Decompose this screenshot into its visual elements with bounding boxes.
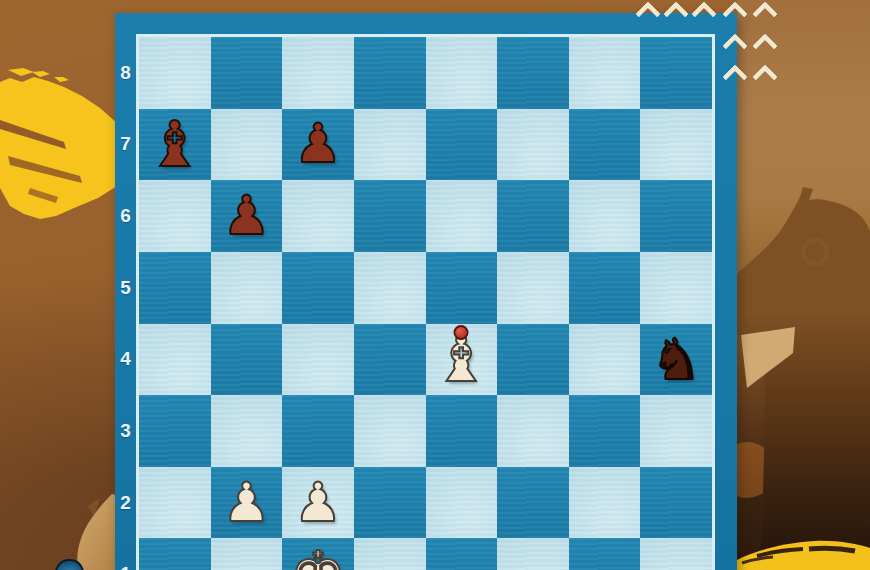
square-h4: ♞ xyxy=(640,324,712,396)
square-e6 xyxy=(426,180,498,252)
square-a5 xyxy=(139,252,211,324)
square-g1 xyxy=(569,538,641,570)
square-f3 xyxy=(497,395,569,467)
square-c5 xyxy=(282,252,354,324)
square-c8 xyxy=(282,37,354,109)
square-b2: ♟ xyxy=(211,467,283,539)
square-f4 xyxy=(497,324,569,396)
rank-label-6: 6 xyxy=(115,205,136,227)
piece-white-pawn-b2: ♟ xyxy=(222,476,270,530)
square-e4: ♝ xyxy=(426,324,498,396)
square-a7: ♝ xyxy=(139,109,211,181)
square-g3 xyxy=(569,395,641,467)
square-g2 xyxy=(569,467,641,539)
square-e5 xyxy=(426,252,498,324)
square-c7: ♟ xyxy=(282,109,354,181)
rank-label-2: 2 xyxy=(115,492,136,514)
square-h8 xyxy=(640,37,712,109)
square-b8 xyxy=(211,37,283,109)
piece-white-king-c1: ♚ xyxy=(290,543,346,570)
square-c1: ♚ xyxy=(282,538,354,570)
square-e1 xyxy=(426,538,498,570)
square-c6 xyxy=(282,180,354,252)
wooden-knight-silhouette xyxy=(737,0,870,570)
square-d7 xyxy=(354,109,426,181)
rank-label-7: 7 xyxy=(115,133,136,155)
square-h3 xyxy=(640,395,712,467)
square-b7 xyxy=(211,109,283,181)
square-d6 xyxy=(354,180,426,252)
square-f2 xyxy=(497,467,569,539)
red-finial xyxy=(454,325,469,340)
square-f1 xyxy=(497,538,569,570)
square-f6 xyxy=(497,180,569,252)
square-b1 xyxy=(211,538,283,570)
rank-label-8: 8 xyxy=(115,62,136,84)
square-c4 xyxy=(282,324,354,396)
square-a2 xyxy=(139,467,211,539)
rank-label-3: 3 xyxy=(115,420,136,442)
square-g5 xyxy=(569,252,641,324)
square-g7 xyxy=(569,109,641,181)
knight-photo xyxy=(737,0,870,570)
rank-label-1: 1 xyxy=(115,563,136,570)
piece-white-pawn-c2: ♟ xyxy=(294,476,342,530)
square-h1 xyxy=(640,538,712,570)
square-g6 xyxy=(569,180,641,252)
square-d2 xyxy=(354,467,426,539)
square-c2: ♟ xyxy=(282,467,354,539)
square-h6 xyxy=(640,180,712,252)
yellow-paint-stroke-left xyxy=(0,68,118,220)
piece-black-pawn-c7: ♟ xyxy=(294,117,342,171)
square-a3 xyxy=(139,395,211,467)
rank-label-4: 4 xyxy=(115,348,136,370)
square-h7 xyxy=(640,109,712,181)
square-f8 xyxy=(497,37,569,109)
square-a4 xyxy=(139,324,211,396)
square-g4 xyxy=(569,324,641,396)
square-e7 xyxy=(426,109,498,181)
page-background: 87654321 ♝♟♟♝♞♟♟♚ xyxy=(0,0,870,570)
board-frame-inner-line: ♝♟♟♝♞♟♟♚ xyxy=(136,34,715,570)
square-b6: ♟ xyxy=(211,180,283,252)
square-g8 xyxy=(569,37,641,109)
square-b4 xyxy=(211,324,283,396)
square-b3 xyxy=(211,395,283,467)
square-a6 xyxy=(139,180,211,252)
square-d1 xyxy=(354,538,426,570)
square-e8 xyxy=(426,37,498,109)
square-d4 xyxy=(354,324,426,396)
square-f7 xyxy=(497,109,569,181)
square-a1 xyxy=(139,538,211,570)
piece-black-knight-h4: ♞ xyxy=(651,331,702,388)
piece-black-pawn-b6: ♟ xyxy=(222,189,270,243)
square-e2 xyxy=(426,467,498,539)
square-h2 xyxy=(640,467,712,539)
square-d8 xyxy=(354,37,426,109)
square-e3 xyxy=(426,395,498,467)
square-b5 xyxy=(211,252,283,324)
square-a8 xyxy=(139,37,211,109)
piece-white-bishop-e4: ♝ xyxy=(433,328,489,391)
rank-label-5: 5 xyxy=(115,277,136,299)
square-f5 xyxy=(497,252,569,324)
board-grid: ♝♟♟♝♞♟♟♚ xyxy=(139,37,712,570)
square-d5 xyxy=(354,252,426,324)
fallen-piece xyxy=(74,492,120,570)
piece-black-bishop-a7: ♝ xyxy=(147,113,203,176)
chess-board: 87654321 ♝♟♟♝♞♟♟♚ xyxy=(115,13,737,570)
square-h5 xyxy=(640,252,712,324)
square-c3 xyxy=(282,395,354,467)
square-d3 xyxy=(354,395,426,467)
